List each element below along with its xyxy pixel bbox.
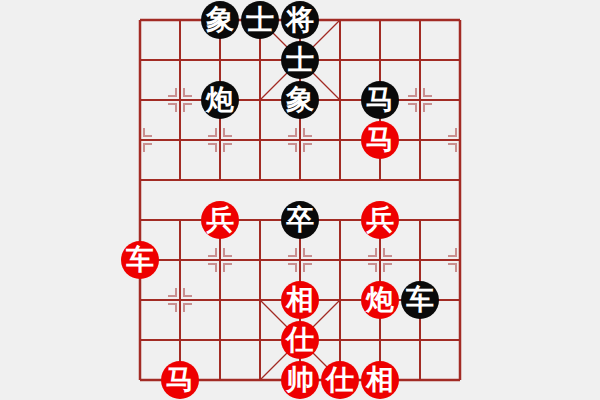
piece-label: 马: [366, 126, 394, 154]
piece-red-general[interactable]: 帅: [281, 361, 319, 399]
piece-label: 象: [206, 6, 234, 34]
piece-label: 兵: [366, 206, 394, 234]
piece-label: 士: [246, 6, 274, 34]
piece-label: 车: [406, 286, 434, 314]
piece-label: 炮: [366, 286, 394, 314]
piece-red-cannon[interactable]: 炮: [361, 281, 399, 319]
piece-label: 将: [286, 6, 314, 34]
piece-label: 士: [286, 46, 314, 74]
piece-label: 仕: [326, 366, 354, 394]
piece-label: 兵: [206, 206, 234, 234]
piece-red-soldier[interactable]: 兵: [361, 201, 399, 239]
piece-black-general[interactable]: 将: [281, 1, 319, 39]
piece-label: 仕: [286, 326, 314, 354]
piece-label: 帅: [286, 366, 314, 394]
piece-red-horse[interactable]: 马: [361, 121, 399, 159]
piece-label: 马: [166, 366, 194, 394]
piece-label: 炮: [206, 86, 234, 114]
board[interactable]: 象士将士炮象马马兵卒兵车相炮车仕马帅仕相: [120, 0, 480, 400]
xiangqi-app-screen: 象士将士炮象马马兵卒兵车相炮车仕马帅仕相: [0, 0, 600, 400]
piece-label: 卒: [286, 206, 314, 234]
piece-label: 马: [366, 86, 394, 114]
piece-black-advisor[interactable]: 士: [241, 1, 279, 39]
piece-black-elephant[interactable]: 象: [201, 1, 239, 39]
piece-red-horse[interactable]: 马: [161, 361, 199, 399]
piece-red-elephant[interactable]: 相: [361, 361, 399, 399]
piece-black-soldier[interactable]: 卒: [281, 201, 319, 239]
piece-black-cannon[interactable]: 炮: [201, 81, 239, 119]
piece-red-advisor[interactable]: 仕: [281, 321, 319, 359]
piece-label: 相: [366, 366, 394, 394]
piece-black-horse[interactable]: 马: [361, 81, 399, 119]
piece-red-soldier[interactable]: 兵: [201, 201, 239, 239]
piece-black-advisor[interactable]: 士: [281, 41, 319, 79]
piece-label: 车: [126, 246, 154, 274]
piece-label: 象: [286, 86, 314, 114]
piece-label: 相: [286, 286, 314, 314]
piece-red-elephant[interactable]: 相: [281, 281, 319, 319]
piece-black-elephant[interactable]: 象: [281, 81, 319, 119]
piece-black-chariot[interactable]: 车: [401, 281, 439, 319]
piece-red-advisor[interactable]: 仕: [321, 361, 359, 399]
piece-red-chariot[interactable]: 车: [121, 241, 159, 279]
